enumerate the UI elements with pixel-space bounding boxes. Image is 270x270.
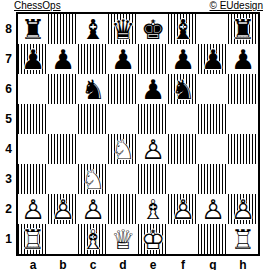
black-pawn-g7: ♟ [198,44,228,74]
square-h4 [228,134,258,164]
square-h8: ♜ [228,14,258,44]
file-label-g: g [209,258,216,270]
rank-label-7: 7 [5,52,12,66]
square-d6 [108,74,138,104]
black-pawn-d7: ♟ [108,44,138,74]
square-h3 [228,164,258,194]
black-pawn-a7: ♟ [18,44,48,74]
square-a2: ♟♙ [18,194,48,224]
square-e7 [138,44,168,74]
square-c6: ♞ [78,74,108,104]
chessops-link[interactable]: ChessOps [14,1,61,11]
black-pawn-f7: ♟ [168,44,198,74]
square-a4 [18,134,48,164]
square-h1: ♜♖ [228,224,258,254]
square-f6: ♞ [168,74,198,104]
square-c8: ♝ [78,14,108,44]
chess-board[interactable]: ♜♝♛♚♝♜♟♟♟♟♟♟♞♟♞♞♘♟♙♞♘♟♙♟♙♟♙♝♗♟♙♟♙♟♙♜♖♝♗♛… [16,12,260,256]
white-pawn-c2: ♟♙ [78,194,108,224]
square-d1: ♛♕ [108,224,138,254]
white-bishop-e2: ♝♗ [138,194,168,224]
square-a8: ♜ [18,14,48,44]
square-c1: ♝♗ [78,224,108,254]
square-b8 [48,14,78,44]
white-pawn-b2: ♟♙ [48,194,78,224]
square-b2: ♟♙ [48,194,78,224]
black-bishop-c8: ♝ [78,14,108,44]
square-e1: ♚♔ [138,224,168,254]
square-h7: ♟ [228,44,258,74]
square-a3 [18,164,48,194]
square-g3 [198,164,228,194]
rank-label-5: 5 [5,112,12,126]
white-rook-h1: ♜♖ [228,224,258,254]
square-g5 [198,104,228,134]
square-g8 [198,14,228,44]
square-c5 [78,104,108,134]
square-c4 [78,134,108,164]
rank-label-3: 3 [5,172,12,186]
file-label-e: e [150,258,157,270]
black-pawn-h7: ♟ [228,44,258,74]
square-h6 [228,74,258,104]
board-area: 87654321 ♜♝♛♚♝♜♟♟♟♟♟♟♞♟♞♞♘♟♙♞♘♟♙♟♙♟♙♝♗♟♙… [0,12,270,256]
black-knight-c6: ♞ [78,74,108,104]
square-g1 [198,224,228,254]
square-e2: ♝♗ [138,194,168,224]
square-f7: ♟ [168,44,198,74]
square-d3 [108,164,138,194]
square-b3 [48,164,78,194]
square-g2: ♟♙ [198,194,228,224]
square-e4: ♟♙ [138,134,168,164]
black-queen-d8: ♛ [108,14,138,44]
square-c7 [78,44,108,74]
square-f1 [168,224,198,254]
white-pawn-h2: ♟♙ [228,194,258,224]
square-h2: ♟♙ [228,194,258,224]
rank-label-4: 4 [5,142,12,156]
file-label-c: c [90,258,97,270]
square-f5 [168,104,198,134]
black-bishop-f8: ♝ [168,14,198,44]
square-e8: ♚ [138,14,168,44]
white-king-e1: ♚♔ [138,224,168,254]
file-labels: abcdefgh [18,256,270,270]
square-g7: ♟ [198,44,228,74]
black-pawn-e6: ♟ [138,74,168,104]
white-queen-d1: ♛♕ [108,224,138,254]
white-pawn-a2: ♟♙ [18,194,48,224]
white-knight-d4: ♞♘ [108,134,138,164]
black-rook-a8: ♜ [18,14,48,44]
square-d8: ♛ [108,14,138,44]
rank-labels: 87654321 [0,14,16,256]
square-f4 [168,134,198,164]
square-e3 [138,164,168,194]
square-f8: ♝ [168,14,198,44]
file-label-f: f [181,258,185,270]
square-f3 [168,164,198,194]
black-king-e8: ♚ [138,14,168,44]
black-rook-h8: ♜ [228,14,258,44]
square-e6: ♟ [138,74,168,104]
rank-label-6: 6 [5,82,12,96]
white-rook-a1: ♜♖ [18,224,48,254]
rank-label-8: 8 [5,22,12,36]
file-label-d: d [119,258,126,270]
black-pawn-b7: ♟ [48,44,78,74]
square-h5 [228,104,258,134]
square-b6 [48,74,78,104]
file-label-h: h [239,258,246,270]
rank-label-1: 1 [5,232,12,246]
black-knight-f6: ♞ [168,74,198,104]
square-b4 [48,134,78,164]
rank-label-2: 2 [5,202,12,216]
square-g4 [198,134,228,164]
white-knight-c3: ♞♘ [78,164,108,194]
page-header: ChessOps © EUdesign [0,0,270,12]
square-b7: ♟ [48,44,78,74]
square-a1: ♜♖ [18,224,48,254]
square-d7: ♟ [108,44,138,74]
white-pawn-f2: ♟♙ [168,194,198,224]
square-a7: ♟ [18,44,48,74]
square-d5 [108,104,138,134]
white-bishop-c1: ♝♗ [78,224,108,254]
square-g6 [198,74,228,104]
file-label-a: a [30,258,37,270]
square-a6 [18,74,48,104]
square-d2 [108,194,138,224]
eudesign-credit-link[interactable]: © EUdesign [209,1,263,11]
square-b1 [48,224,78,254]
square-c2: ♟♙ [78,194,108,224]
white-pawn-g2: ♟♙ [198,194,228,224]
square-d4: ♞♘ [108,134,138,164]
white-pawn-e4: ♟♙ [138,134,168,164]
square-b5 [48,104,78,134]
square-f2: ♟♙ [168,194,198,224]
file-label-b: b [59,258,66,270]
square-e5 [138,104,168,134]
square-a5 [18,104,48,134]
square-c3: ♞♘ [78,164,108,194]
